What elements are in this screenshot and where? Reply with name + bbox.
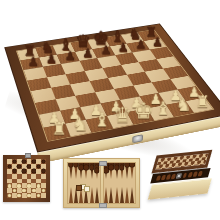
product-photo: ♜♞♝♛♚♝♞♜♟♟♟♟♟♟♟♟♟♟♟♟♟♟♟♟♜♞♝♛♚♝♞♜ [0, 0, 220, 220]
light-checker [37, 184, 41, 188]
hinge-icon [99, 203, 107, 208]
chess-board-scene: ♜♞♝♛♚♝♞♜♟♟♟♟♟♟♟♟♟♟♟♟♟♟♟♟♜♞♝♛♚♝♞♜ [4, 24, 220, 153]
dark-checker [37, 165, 41, 169]
checker-stack [130, 162, 135, 165]
backgammon-left-half [67, 162, 101, 204]
backgammon-right-half [103, 162, 137, 204]
checker-stack [79, 162, 84, 168]
backgammon-point [94, 187, 99, 203]
stored-chess-piece [198, 171, 203, 177]
checker-stack [68, 162, 73, 165]
dark-checker [13, 160, 17, 164]
dark-checker [42, 160, 46, 164]
piece-light-pawn: ♟ [130, 95, 143, 109]
backgammon-point [130, 187, 135, 203]
die-icon [76, 185, 82, 191]
square-b6 [42, 64, 65, 77]
chess-board-frame: ♜♞♝♛♚♝♞♜♟♟♟♟♟♟♟♟♟♟♟♟♟♟♟♟♜♞♝♛♚♝♞♜ [4, 24, 220, 153]
dark-checker [8, 165, 12, 169]
piece-light-pawn: ♟ [150, 92, 162, 106]
checker-stack [74, 162, 79, 165]
backgammon-point [130, 163, 135, 180]
light-checker [27, 194, 31, 198]
piece-light-pawn: ♟ [89, 103, 102, 117]
square-d2: ♟ [100, 100, 126, 116]
backgammon-view-thumbnail [63, 158, 140, 208]
dark-checker [32, 169, 36, 173]
dark-checker [13, 169, 17, 173]
light-checker [13, 189, 17, 193]
dark-checker [27, 165, 31, 169]
hinge-icon [99, 161, 107, 166]
light-checker [8, 194, 12, 198]
dark-checker [22, 169, 26, 173]
light-checker [17, 184, 21, 188]
piece-light-pawn: ♟ [69, 106, 82, 120]
square-a7: ♟ [20, 57, 42, 70]
checkers-square [41, 193, 46, 198]
checker-stack [109, 162, 114, 168]
square-e5 [102, 65, 126, 78]
piece-light-pawn: ♟ [47, 110, 60, 125]
checkers-board [7, 159, 46, 198]
light-checker [32, 189, 36, 193]
light-checker [42, 189, 46, 193]
checker-stack [114, 162, 119, 168]
square-f1: ♝ [146, 105, 173, 121]
piece-light-pawn: ♟ [188, 85, 200, 99]
die-icon [84, 186, 90, 192]
piece-dark-rook: ♜ [23, 44, 36, 58]
light-checker [8, 184, 12, 188]
light-checker [17, 194, 21, 198]
clasp-icon [176, 173, 183, 179]
checker-stack [120, 162, 125, 168]
clasp-icon [25, 153, 31, 158]
checker-stack [89, 162, 94, 168]
checker-stack [125, 162, 130, 165]
clasp-icon [132, 134, 143, 143]
light-checker [37, 194, 41, 198]
checkers-view-thumbnail [3, 155, 50, 202]
piece-dark-knight: ♞ [41, 40, 55, 55]
dark-checker [17, 165, 21, 169]
stored-chess-piece [182, 172, 187, 178]
checker-stack [84, 162, 89, 168]
folded-box-thumbnail [146, 150, 219, 213]
dark-checker [22, 160, 26, 164]
dark-checker [42, 169, 46, 173]
dark-checker [32, 160, 36, 164]
piece-dark-rook: ♜ [145, 26, 157, 40]
piece-light-rook: ♜ [51, 121, 66, 138]
piece-light-pawn: ♟ [169, 88, 181, 102]
light-checker [22, 189, 26, 193]
light-checker [27, 184, 31, 188]
